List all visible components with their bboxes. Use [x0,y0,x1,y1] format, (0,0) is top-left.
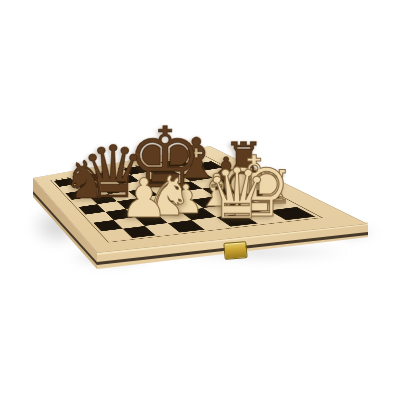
board-grid [54,155,316,240]
brass-clasp [223,241,247,260]
product-photo: ♞♛♚♝♟♜♟♞♟♝♛♚♜ [0,0,400,400]
